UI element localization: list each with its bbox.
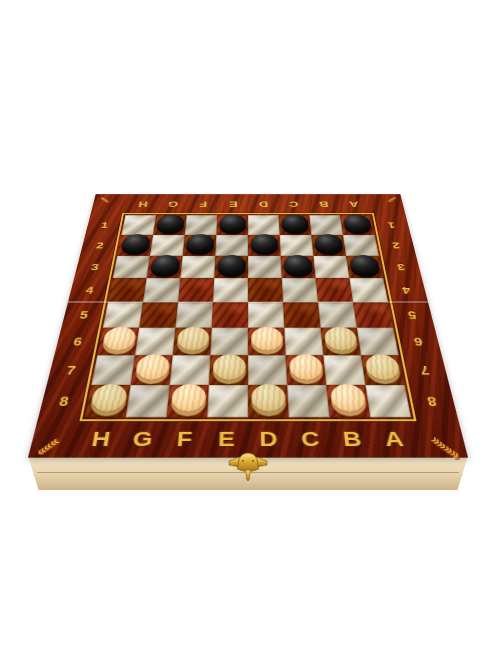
square-C6[interactable] bbox=[284, 328, 323, 356]
checker-black-E1[interactable] bbox=[219, 214, 246, 231]
checker-black-C1[interactable] bbox=[281, 214, 309, 231]
square-A4[interactable] bbox=[349, 278, 388, 302]
checker-black-H2[interactable] bbox=[120, 234, 151, 252]
checker-wood-A7[interactable] bbox=[363, 354, 400, 379]
corner-chevrons-top-left: ««« bbox=[98, 196, 110, 204]
square-E8[interactable] bbox=[207, 385, 248, 417]
file-label-bottom-G: G bbox=[132, 427, 155, 448]
square-D3[interactable] bbox=[248, 256, 282, 278]
rank-label-left-4: 4 bbox=[85, 285, 95, 295]
rank-label-left-5: 5 bbox=[79, 310, 89, 320]
rank-label-right-4: 4 bbox=[401, 285, 411, 295]
rank-label-left-7: 7 bbox=[66, 364, 77, 376]
file-label-top-D: D bbox=[258, 200, 268, 208]
checker-wood-B8[interactable] bbox=[329, 384, 367, 411]
file-label-top-C: C bbox=[288, 200, 298, 208]
square-D7[interactable] bbox=[248, 355, 287, 385]
file-label-bottom-H: H bbox=[90, 427, 113, 448]
checker-black-G1[interactable] bbox=[156, 214, 185, 231]
square-H4[interactable] bbox=[108, 278, 147, 302]
checker-wood-F8[interactable] bbox=[170, 384, 206, 411]
square-C4[interactable] bbox=[282, 278, 318, 302]
file-label-top-E: E bbox=[229, 200, 238, 208]
checker-wood-D6[interactable] bbox=[251, 327, 283, 350]
square-C3[interactable] bbox=[281, 256, 316, 278]
checker-black-G3[interactable] bbox=[150, 255, 181, 274]
square-H7[interactable] bbox=[91, 355, 135, 385]
rank-label-left-2: 2 bbox=[96, 241, 105, 249]
square-D5[interactable] bbox=[248, 302, 284, 328]
square-B7[interactable] bbox=[323, 355, 365, 385]
rank-label-right-1: 1 bbox=[387, 221, 396, 229]
square-G7[interactable] bbox=[131, 355, 173, 385]
square-E7[interactable] bbox=[209, 355, 248, 385]
square-G5[interactable] bbox=[139, 302, 178, 328]
square-G4[interactable] bbox=[143, 278, 180, 302]
product-photo-scene: HGFEDCBA HGFEDCBA 12345678 12345678 ««« … bbox=[0, 0, 496, 664]
checker-wood-H8[interactable] bbox=[89, 384, 128, 411]
square-F4[interactable] bbox=[178, 278, 214, 302]
square-H6[interactable] bbox=[97, 328, 139, 356]
file-label-top-F: F bbox=[199, 200, 207, 208]
board-grid[interactable] bbox=[85, 215, 411, 417]
corner-chevrons-bottom-right: »»»» bbox=[428, 433, 462, 461]
square-H5[interactable] bbox=[103, 302, 143, 328]
square-D8[interactable] bbox=[248, 385, 289, 417]
square-B4[interactable] bbox=[316, 278, 353, 302]
file-label-bottom-F: F bbox=[176, 427, 194, 448]
checker-wood-G7[interactable] bbox=[134, 354, 170, 379]
square-E5[interactable] bbox=[212, 302, 248, 328]
square-B6[interactable] bbox=[321, 328, 361, 356]
checker-wood-C7[interactable] bbox=[288, 354, 323, 379]
checker-black-C3[interactable] bbox=[283, 255, 313, 274]
rank-label-left-8: 8 bbox=[58, 394, 70, 407]
square-G3[interactable] bbox=[147, 256, 183, 278]
file-label-bottom-D: D bbox=[259, 427, 279, 448]
file-label-bottom-A: A bbox=[383, 427, 406, 448]
square-F3[interactable] bbox=[180, 256, 215, 278]
square-E2[interactable] bbox=[215, 235, 248, 256]
checker-black-B2[interactable] bbox=[313, 234, 343, 252]
square-F2[interactable] bbox=[183, 235, 217, 256]
square-D2[interactable] bbox=[248, 235, 281, 256]
square-F1[interactable] bbox=[185, 215, 218, 235]
checkers-board: HGFEDCBA HGFEDCBA 12345678 12345678 ««« … bbox=[28, 194, 468, 457]
checker-wood-H6[interactable] bbox=[101, 327, 137, 350]
file-label-top-B: B bbox=[318, 200, 328, 208]
checker-wood-E7[interactable] bbox=[212, 354, 245, 379]
file-label-top-G: G bbox=[167, 200, 178, 208]
file-label-bottom-B: B bbox=[342, 427, 364, 448]
file-label-top-A: A bbox=[348, 200, 359, 208]
checker-black-A3[interactable] bbox=[348, 255, 380, 274]
brass-latch[interactable] bbox=[226, 451, 270, 487]
square-B5[interactable] bbox=[318, 302, 357, 328]
square-C2[interactable] bbox=[280, 235, 314, 256]
square-D4[interactable] bbox=[248, 278, 283, 302]
square-E6[interactable] bbox=[210, 328, 248, 356]
fold-seam bbox=[68, 301, 428, 302]
rank-label-right-3: 3 bbox=[396, 262, 405, 271]
file-label-bottom-E: E bbox=[218, 427, 236, 448]
checker-black-D2[interactable] bbox=[250, 234, 278, 252]
checker-wood-D8[interactable] bbox=[251, 384, 286, 411]
file-label-bottom-C: C bbox=[300, 427, 321, 448]
square-E4[interactable] bbox=[213, 278, 248, 302]
rank-label-left-1: 1 bbox=[100, 221, 109, 229]
checker-black-E3[interactable] bbox=[217, 255, 246, 274]
checker-wood-B6[interactable] bbox=[323, 327, 357, 350]
checker-black-F2[interactable] bbox=[185, 234, 214, 252]
square-C1[interactable] bbox=[279, 215, 312, 235]
square-D6[interactable] bbox=[248, 328, 286, 356]
square-H1[interactable] bbox=[121, 215, 156, 235]
rank-label-left-3: 3 bbox=[90, 262, 99, 271]
square-A7[interactable] bbox=[361, 355, 405, 385]
square-F6[interactable] bbox=[173, 328, 212, 356]
square-G8[interactable] bbox=[126, 385, 170, 417]
square-H8[interactable] bbox=[85, 385, 131, 417]
rank-label-left-6: 6 bbox=[73, 336, 84, 347]
square-B2[interactable] bbox=[311, 235, 346, 256]
square-E3[interactable] bbox=[214, 256, 248, 278]
square-A8[interactable] bbox=[365, 385, 411, 417]
file-label-top-H: H bbox=[137, 200, 148, 208]
square-F7[interactable] bbox=[170, 355, 211, 385]
square-H3[interactable] bbox=[113, 256, 150, 278]
square-E1[interactable] bbox=[216, 215, 248, 235]
board-tilt-wrapper: HGFEDCBA HGFEDCBA 12345678 12345678 ««« … bbox=[28, 194, 468, 457]
square-A2[interactable] bbox=[343, 235, 379, 256]
rank-label-right-5: 5 bbox=[407, 310, 417, 320]
square-A6[interactable] bbox=[357, 328, 399, 356]
square-C5[interactable] bbox=[283, 302, 321, 328]
rank-label-right-7: 7 bbox=[419, 364, 430, 376]
square-H2[interactable] bbox=[117, 235, 153, 256]
square-A5[interactable] bbox=[353, 302, 393, 328]
square-A3[interactable] bbox=[346, 256, 383, 278]
square-C8[interactable] bbox=[287, 385, 329, 417]
rank-label-right-6: 6 bbox=[413, 336, 424, 347]
square-B1[interactable] bbox=[309, 215, 343, 235]
square-A1[interactable] bbox=[340, 215, 375, 235]
checker-wood-F6[interactable] bbox=[176, 327, 209, 350]
square-D1[interactable] bbox=[248, 215, 280, 235]
rank-label-right-8: 8 bbox=[426, 394, 438, 407]
square-G1[interactable] bbox=[153, 215, 187, 235]
corner-chevrons-top-right: »»» bbox=[385, 196, 397, 204]
square-B3[interactable] bbox=[313, 256, 349, 278]
rank-label-right-2: 2 bbox=[391, 241, 400, 249]
square-G2[interactable] bbox=[150, 235, 185, 256]
square-F8[interactable] bbox=[166, 385, 208, 417]
square-F5[interactable] bbox=[175, 302, 213, 328]
square-C7[interactable] bbox=[286, 355, 327, 385]
square-G6[interactable] bbox=[135, 328, 175, 356]
square-B8[interactable] bbox=[326, 385, 370, 417]
checker-black-A1[interactable] bbox=[342, 214, 372, 231]
corner-chevrons-bottom-left: ««« bbox=[33, 435, 61, 458]
